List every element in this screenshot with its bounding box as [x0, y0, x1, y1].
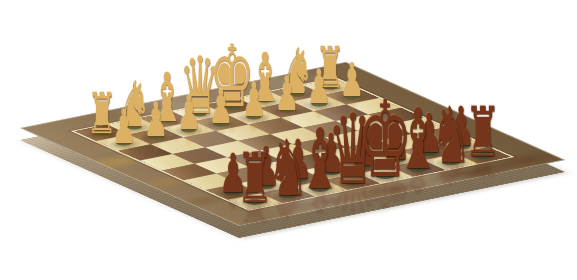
piece-white-pawn[interactable]: ♟ — [139, 105, 173, 143]
chess-set-photo: ♜♜♞♞♝♝♛♛♚♚♝♝♞♞♜♜♟♟♟♟♟♟♟♟♟♟♟♟♟♟♟♟♟♟♟♟♟♟♟♟… — [0, 0, 577, 280]
piece-white-pawn[interactable]: ♟ — [172, 99, 206, 137]
pieces-layer: ♜♜♞♞♝♝♛♛♚♚♝♝♞♞♜♜♟♟♟♟♟♟♟♟♟♟♟♟♟♟♟♟♟♟♟♟♟♟♟♟… — [0, 0, 577, 280]
piece-white-pawn[interactable]: ♟ — [237, 86, 271, 124]
piece-white-pawn[interactable]: ♟ — [204, 92, 238, 130]
piece-black-rook[interactable]: ♜ — [458, 110, 509, 167]
piece-white-pawn[interactable]: ♟ — [107, 112, 141, 150]
